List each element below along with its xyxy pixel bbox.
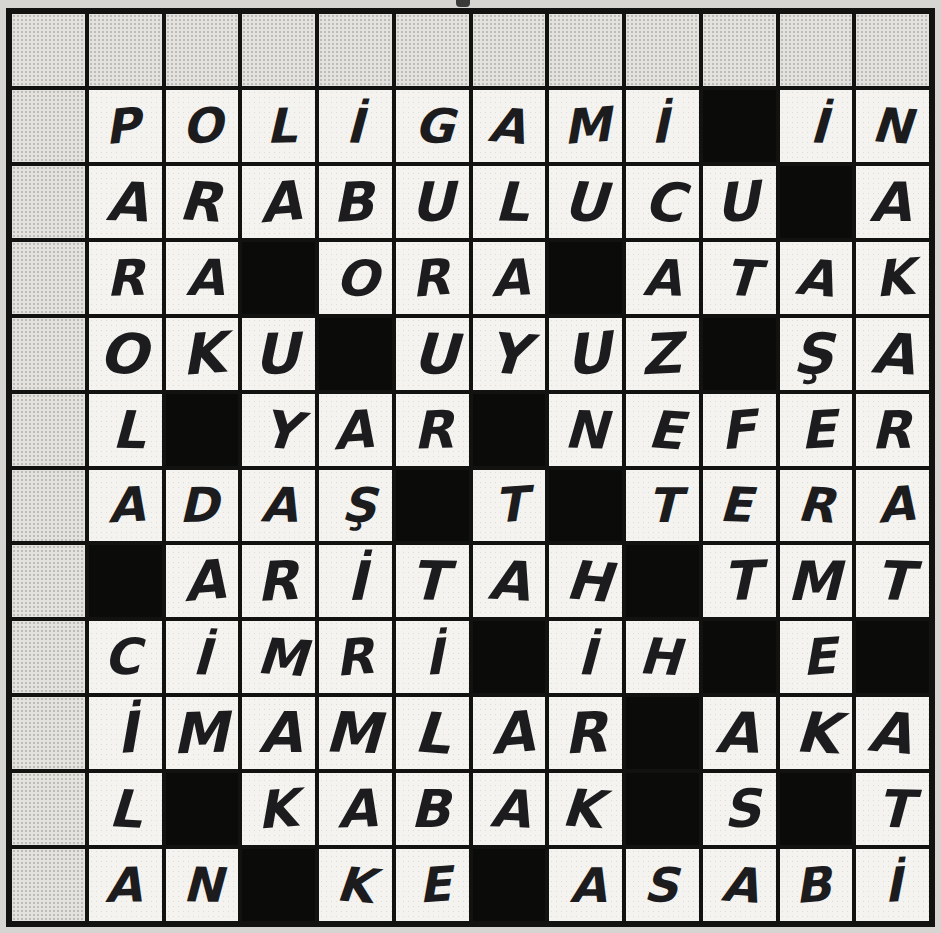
row-header-7 (12, 545, 85, 617)
cell-r6c7-block (549, 470, 622, 542)
cell-r11c1[interactable]: A (89, 849, 162, 921)
handwritten-letter: B (793, 860, 834, 911)
handwritten-letter: U (252, 325, 300, 383)
cell-r9c3[interactable]: A (242, 697, 315, 769)
handwritten-letter: U (713, 173, 761, 230)
cell-r1c7[interactable]: M (549, 90, 622, 162)
row-header-10 (12, 773, 85, 845)
handwritten-letter: T (410, 554, 448, 609)
handwritten-letter: N (563, 403, 608, 456)
handwritten-letter: L (111, 403, 145, 456)
handwritten-letter: T (722, 554, 761, 609)
row-header-1 (12, 90, 85, 162)
cell-r8c11-block (856, 621, 929, 693)
cell-r10c7[interactable]: K (549, 773, 622, 845)
cell-r8c2[interactable]: İ (166, 621, 239, 693)
cell-r9c5[interactable]: L (396, 697, 469, 769)
cell-r8c7[interactable]: İ (549, 621, 622, 693)
cell-r6c8[interactable]: T (626, 470, 699, 542)
handwritten-letter: A (715, 705, 759, 762)
col-header-1 (89, 14, 162, 86)
handwritten-letter: İ (809, 102, 828, 150)
handwritten-letter: R (105, 252, 145, 303)
cell-r4c5[interactable]: U (396, 318, 469, 390)
handwritten-letter: Z (639, 325, 683, 383)
handwritten-letter: K (794, 704, 840, 762)
cell-r2c1[interactable]: A (89, 166, 162, 238)
cell-r6c5-block (396, 470, 469, 542)
handwritten-letter: M (787, 554, 841, 608)
cell-r4c10[interactable]: Ş (780, 318, 853, 390)
cell-r3c2[interactable]: A (166, 242, 239, 314)
handwritten-letter: A (256, 173, 302, 231)
handwritten-letter: F (718, 402, 758, 457)
handwritten-letter: R (796, 480, 836, 530)
cell-r1c10[interactable]: İ (780, 90, 853, 162)
cell-r4c11[interactable]: A (856, 318, 929, 390)
cell-r11c10[interactable]: B (780, 849, 853, 921)
cell-r9c9[interactable]: A (703, 697, 776, 769)
handwritten-letter: P (103, 101, 142, 152)
handwritten-letter: A (720, 860, 760, 910)
cell-r3c3-block (242, 242, 315, 314)
col-header-3 (242, 14, 315, 86)
handwritten-letter: İ (115, 704, 140, 761)
cell-r5c3[interactable]: Y (242, 394, 315, 466)
handwritten-letter: K (335, 860, 376, 911)
handwritten-letter: A (486, 100, 527, 151)
handwritten-letter: A (336, 782, 378, 835)
handwritten-letter: M (561, 100, 612, 151)
cell-r1c2[interactable]: O (166, 90, 239, 162)
cell-r3c9[interactable]: T (703, 242, 776, 314)
cell-r3c1[interactable]: R (89, 242, 162, 314)
cell-r5c2-block (166, 394, 239, 466)
row-header-11 (12, 849, 85, 921)
handwritten-letter: A (331, 402, 375, 457)
handwritten-letter: Y (486, 324, 530, 383)
cell-r1c6[interactable]: A (473, 90, 546, 162)
scan-artifact (456, 0, 470, 7)
handwritten-letter: K (874, 251, 916, 303)
cell-r10c3[interactable]: K (242, 773, 315, 845)
cell-r5c6-block (473, 394, 546, 466)
cell-r11c2[interactable]: N (166, 849, 239, 921)
handwritten-letter: Ş (340, 481, 377, 531)
cell-r7c1-block (89, 545, 162, 617)
handwritten-letter: A (869, 175, 911, 229)
row-header-2 (12, 166, 85, 238)
cell-r1c3[interactable]: L (242, 90, 315, 162)
cell-r3c11[interactable]: K (856, 242, 929, 314)
cell-r9c7[interactable]: R (549, 697, 622, 769)
cell-r1c11[interactable]: N (856, 90, 929, 162)
cell-r9c2[interactable]: M (166, 697, 239, 769)
crossword-scan: POLİGAMİİNARABULUCUARAORAATAKOKUUYUZŞALY… (0, 0, 941, 933)
handwritten-letter: E (799, 403, 837, 457)
handwritten-letter: Ş (792, 325, 833, 382)
cell-r7c7[interactable]: H (549, 545, 622, 617)
handwritten-letter: R (562, 704, 608, 762)
handwritten-letter: G (413, 101, 455, 151)
cell-r10c1[interactable]: L (89, 773, 162, 845)
cell-r11c11[interactable]: İ (856, 849, 929, 921)
handwritten-letter: N (870, 101, 913, 152)
cell-r4c9-block (703, 318, 776, 390)
handwritten-letter: A (793, 251, 836, 304)
handwritten-letter: A (869, 324, 915, 382)
cell-r10c10-block (780, 773, 853, 845)
col-header-5 (396, 14, 469, 86)
col-header-4 (319, 14, 392, 86)
cell-r3c6[interactable]: A (473, 242, 546, 314)
handwritten-letter: C (642, 173, 686, 230)
cell-r7c8-block (626, 545, 699, 617)
cell-r8c4[interactable]: R (319, 621, 392, 693)
handwritten-letter: E (417, 860, 453, 910)
cell-r9c4[interactable]: M (319, 697, 392, 769)
row-header-4 (12, 318, 85, 390)
handwritten-letter: A (866, 703, 914, 763)
corner-cell (12, 14, 85, 86)
handwritten-letter: L (494, 175, 529, 230)
col-header-7 (549, 14, 622, 86)
cell-r8c3[interactable]: M (242, 621, 315, 693)
cell-r4c3[interactable]: U (242, 318, 315, 390)
handwritten-letter: U (562, 324, 612, 384)
cell-r5c9[interactable]: F (703, 394, 776, 466)
handwritten-letter: A (105, 174, 149, 230)
handwritten-letter: C (104, 632, 141, 682)
handwritten-letter: A (569, 861, 606, 909)
cell-r6c10[interactable]: R (780, 470, 853, 542)
cell-r8c9-block (703, 621, 776, 693)
cell-r8c5[interactable]: İ (396, 621, 469, 693)
cell-r6c9[interactable]: E (703, 470, 776, 542)
handwritten-letter: D (179, 481, 220, 530)
cell-r4c1[interactable]: O (89, 318, 162, 390)
handwritten-letter: A (643, 252, 683, 303)
col-header-6 (473, 14, 546, 86)
cell-r11c6-block (473, 849, 546, 921)
cell-r6c3[interactable]: A (242, 470, 315, 542)
cell-r9c6[interactable]: A (473, 697, 546, 769)
cell-r7c2[interactable]: A (166, 545, 239, 617)
handwritten-letter: İ (346, 554, 367, 608)
cell-r11c9[interactable]: A (703, 849, 776, 921)
cell-r4c2[interactable]: K (166, 318, 239, 390)
handwritten-letter: T (874, 554, 913, 609)
cell-r10c4[interactable]: A (319, 773, 392, 845)
handwritten-letter: M (255, 631, 308, 684)
handwritten-letter: A (258, 705, 301, 761)
row-header-6 (12, 470, 85, 542)
cell-r3c10[interactable]: A (780, 242, 853, 314)
col-header-10 (780, 14, 853, 86)
handwritten-letter: L (107, 782, 143, 836)
cell-r2c9[interactable]: U (703, 166, 776, 238)
cell-r5c1[interactable]: L (89, 394, 162, 466)
cell-r2c8[interactable]: C (626, 166, 699, 238)
cell-r3c7-block (549, 242, 622, 314)
col-header-2 (166, 14, 239, 86)
handwritten-letter: R (412, 403, 454, 456)
cell-r7c3[interactable]: R (242, 545, 315, 617)
handwritten-letter: İ (345, 102, 364, 150)
cell-r8c6-block (473, 621, 546, 693)
handwritten-letter: A (104, 861, 142, 909)
cell-r2c4[interactable]: B (319, 166, 392, 238)
cell-r7c10[interactable]: M (780, 545, 853, 617)
cell-r11c8[interactable]: S (626, 849, 699, 921)
handwritten-letter: K (561, 782, 605, 837)
row-header-8 (12, 621, 85, 693)
handwritten-letter: L (412, 704, 452, 763)
handwritten-letter: A (186, 253, 225, 303)
cell-r11c5[interactable]: E (396, 849, 469, 921)
handwritten-letter: İ (192, 632, 212, 683)
cell-r10c8-block (626, 773, 699, 845)
cell-r6c2[interactable]: D (166, 470, 239, 542)
handwritten-letter: İ (424, 632, 445, 683)
handwritten-letter: H (564, 553, 614, 611)
cell-r1c8[interactable]: İ (626, 90, 699, 162)
handwritten-letter: O (334, 252, 380, 305)
cell-r9c11[interactable]: A (856, 697, 929, 769)
handwritten-letter: İ (650, 102, 669, 150)
cell-r10c6[interactable]: A (473, 773, 546, 845)
cell-r11c4[interactable]: K (319, 849, 392, 921)
cell-r7c4[interactable]: İ (319, 545, 392, 617)
handwritten-letter: A (260, 481, 298, 529)
cell-r2c5[interactable]: U (396, 166, 469, 238)
cell-r1c1[interactable]: P (89, 90, 162, 162)
handwritten-letter: M (323, 704, 381, 762)
col-header-9 (703, 14, 776, 86)
cell-r2c10-block (780, 166, 853, 238)
col-header-8 (626, 14, 699, 86)
handwritten-letter: E (646, 403, 685, 457)
handwritten-letter: N (182, 861, 223, 910)
cell-r10c2-block (166, 773, 239, 845)
handwritten-letter: A (106, 481, 145, 531)
cell-r7c11[interactable]: T (856, 545, 929, 617)
handwritten-letter: A (875, 480, 916, 531)
cell-r10c11[interactable]: T (856, 773, 929, 845)
cell-r6c11[interactable]: A (856, 470, 929, 542)
handwritten-letter: T (876, 783, 912, 836)
handwritten-letter: R (333, 631, 376, 684)
cell-r3c4[interactable]: O (319, 242, 392, 314)
cell-r9c1[interactable]: İ (89, 697, 162, 769)
handwritten-letter: R (177, 173, 222, 230)
cell-r2c11[interactable]: A (856, 166, 929, 238)
cell-r3c5[interactable]: R (396, 242, 469, 314)
handwritten-letter: Y (260, 402, 302, 457)
cell-r1c9-block (703, 90, 776, 162)
handwritten-letter: A (489, 252, 530, 304)
handwritten-letter: A (489, 782, 531, 835)
cell-r10c9[interactable]: S (703, 773, 776, 845)
handwritten-letter: O (97, 323, 149, 383)
handwritten-letter: K (256, 782, 300, 837)
handwritten-letter: İ (577, 632, 596, 682)
cell-r4c4-block (319, 318, 392, 390)
handwritten-letter: U (561, 174, 608, 230)
cell-r2c7[interactable]: U (549, 166, 622, 238)
cell-r4c7[interactable]: U (549, 318, 622, 390)
cell-r11c3-block (242, 849, 315, 921)
handwritten-letter: T (724, 252, 761, 304)
handwritten-letter: R (870, 403, 911, 456)
cell-r1c5[interactable]: G (396, 90, 469, 162)
crossword-board: POLİGAMİİNARABULUCUARAORAATAKOKUUYUZŞALY… (6, 8, 935, 927)
cell-r4c8[interactable]: Z (626, 318, 699, 390)
cell-r8c10[interactable]: E (780, 621, 853, 693)
cell-r9c8-block (626, 697, 699, 769)
handwritten-letter: R (409, 251, 452, 304)
handwritten-letter: T (647, 482, 680, 530)
cell-r5c10[interactable]: E (780, 394, 853, 466)
cell-r9c10[interactable]: K (780, 697, 853, 769)
cell-r1c4[interactable]: İ (319, 90, 392, 162)
handwritten-letter: A (181, 552, 227, 610)
cell-r7c9[interactable]: T (703, 545, 776, 617)
cell-r8c8[interactable]: H (626, 621, 699, 693)
cell-r8c1[interactable]: C (89, 621, 162, 693)
handwritten-letter: K (179, 324, 226, 383)
handwritten-letter: S (722, 782, 762, 836)
handwritten-letter: E (800, 631, 838, 683)
handwritten-letter: B (410, 783, 450, 835)
handwritten-letter: H (637, 631, 681, 683)
cell-r10c5[interactable]: B (396, 773, 469, 845)
handwritten-letter: T (493, 480, 529, 530)
cell-r11c7[interactable]: A (549, 849, 622, 921)
cell-r7c5[interactable]: T (396, 545, 469, 617)
cell-r3c8[interactable]: A (626, 242, 699, 314)
cell-r5c7[interactable]: N (549, 394, 622, 466)
handwritten-letter: L (266, 102, 297, 150)
col-header-11 (856, 14, 929, 86)
cell-r5c5[interactable]: R (396, 394, 469, 466)
handwritten-letter: U (411, 325, 459, 383)
cell-r5c4[interactable]: A (319, 394, 392, 466)
handwritten-letter: O (180, 101, 223, 151)
cell-r6c1[interactable]: A (89, 470, 162, 542)
handwritten-letter: B (330, 174, 374, 230)
handwritten-letter: R (254, 553, 298, 609)
cell-r5c8[interactable]: E (626, 394, 699, 466)
handwritten-letter: A (487, 553, 532, 609)
handwritten-letter: M (171, 704, 229, 762)
handwritten-letter: İ (882, 861, 902, 910)
cell-r2c6[interactable]: L (473, 166, 546, 238)
handwritten-letter: U (410, 174, 455, 229)
cell-r5c11[interactable]: R (856, 394, 929, 466)
handwritten-letter: A (488, 703, 536, 763)
handwritten-letter: E (719, 481, 753, 530)
cell-r6c4[interactable]: Ş (319, 470, 392, 542)
cell-r6c6[interactable]: T (473, 470, 546, 542)
cell-r7c6[interactable]: A (473, 545, 546, 617)
row-header-5 (12, 394, 85, 466)
handwritten-letter: S (642, 860, 678, 909)
row-header-3 (12, 242, 85, 314)
cell-r4c6[interactable]: Y (473, 318, 546, 390)
row-header-9 (12, 697, 85, 769)
cell-r2c3[interactable]: A (242, 166, 315, 238)
cell-r2c2[interactable]: R (166, 166, 239, 238)
